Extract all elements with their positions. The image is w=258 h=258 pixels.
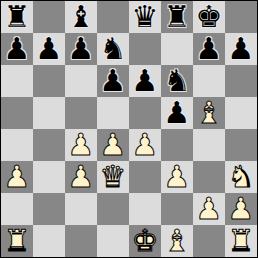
square-c8[interactable]: ♝ — [65, 1, 97, 33]
square-b5[interactable] — [33, 97, 65, 129]
square-b1[interactable] — [33, 225, 65, 257]
square-d2[interactable] — [97, 193, 129, 225]
square-c3[interactable]: ♟ — [65, 161, 97, 193]
square-b3[interactable] — [33, 161, 65, 193]
square-b6[interactable] — [33, 65, 65, 97]
square-e3[interactable] — [129, 161, 161, 193]
square-d4[interactable]: ♟ — [97, 129, 129, 161]
piece-black-pawn: ♟ — [196, 33, 223, 65]
square-g3[interactable] — [193, 161, 225, 193]
piece-white-pawn: ♟ — [68, 129, 95, 161]
piece-black-bishop: ♝ — [68, 1, 95, 33]
square-h4[interactable] — [225, 129, 257, 161]
square-h8[interactable] — [225, 1, 257, 33]
piece-black-knight: ♞ — [100, 33, 127, 65]
square-f4[interactable] — [161, 129, 193, 161]
square-a6[interactable] — [1, 65, 33, 97]
square-g1[interactable] — [193, 225, 225, 257]
square-h1[interactable]: ♜ — [225, 225, 257, 257]
square-a7[interactable]: ♟ — [1, 33, 33, 65]
square-g4[interactable] — [193, 129, 225, 161]
piece-white-pawn: ♟ — [68, 161, 95, 193]
piece-black-king: ♚ — [196, 1, 223, 33]
square-e2[interactable] — [129, 193, 161, 225]
piece-white-pawn: ♟ — [100, 129, 127, 161]
piece-white-rook: ♜ — [4, 225, 31, 257]
square-e4[interactable]: ♟ — [129, 129, 161, 161]
square-e7[interactable] — [129, 33, 161, 65]
square-g7[interactable]: ♟ — [193, 33, 225, 65]
square-a2[interactable] — [1, 193, 33, 225]
piece-white-knight: ♞ — [228, 161, 255, 193]
square-d5[interactable] — [97, 97, 129, 129]
piece-black-pawn: ♟ — [164, 97, 191, 129]
piece-black-pawn: ♟ — [36, 33, 63, 65]
square-e5[interactable] — [129, 97, 161, 129]
piece-black-pawn: ♟ — [4, 33, 31, 65]
piece-white-pawn: ♟ — [132, 129, 159, 161]
square-d1[interactable] — [97, 225, 129, 257]
square-g5[interactable]: ♝ — [193, 97, 225, 129]
piece-black-rook: ♜ — [4, 1, 31, 33]
square-f1[interactable]: ♝ — [161, 225, 193, 257]
piece-white-rook: ♜ — [228, 225, 255, 257]
square-f2[interactable] — [161, 193, 193, 225]
chess-board: ♜♝♛♜♚♟♟♟♞♟♟♟♟♞♟♝♟♟♟♟♟♛♟♞♟♟♜♚♝♜ — [1, 1, 257, 257]
square-a5[interactable] — [1, 97, 33, 129]
square-c7[interactable]: ♟ — [65, 33, 97, 65]
piece-white-pawn: ♟ — [196, 193, 223, 225]
square-f6[interactable]: ♞ — [161, 65, 193, 97]
piece-white-pawn: ♟ — [164, 161, 191, 193]
piece-black-knight: ♞ — [164, 65, 191, 97]
square-c5[interactable] — [65, 97, 97, 129]
square-f3[interactable]: ♟ — [161, 161, 193, 193]
square-f5[interactable]: ♟ — [161, 97, 193, 129]
square-d8[interactable] — [97, 1, 129, 33]
square-e1[interactable]: ♚ — [129, 225, 161, 257]
piece-black-pawn: ♟ — [68, 33, 95, 65]
square-a4[interactable] — [1, 129, 33, 161]
square-d7[interactable]: ♞ — [97, 33, 129, 65]
square-g2[interactable]: ♟ — [193, 193, 225, 225]
square-a3[interactable]: ♟ — [1, 161, 33, 193]
piece-white-bishop: ♝ — [196, 97, 223, 129]
square-d6[interactable]: ♟ — [97, 65, 129, 97]
square-a1[interactable]: ♜ — [1, 225, 33, 257]
square-f8[interactable]: ♜ — [161, 1, 193, 33]
piece-black-queen: ♛ — [132, 1, 159, 33]
piece-black-pawn: ♟ — [100, 65, 127, 97]
square-h2[interactable]: ♟ — [225, 193, 257, 225]
square-b8[interactable] — [33, 1, 65, 33]
piece-black-pawn: ♟ — [132, 65, 159, 97]
piece-black-rook: ♜ — [164, 1, 191, 33]
piece-white-king: ♚ — [132, 225, 159, 257]
square-a8[interactable]: ♜ — [1, 1, 33, 33]
square-c2[interactable] — [65, 193, 97, 225]
piece-white-queen: ♛ — [100, 161, 127, 193]
piece-white-pawn: ♟ — [228, 193, 255, 225]
square-b2[interactable] — [33, 193, 65, 225]
square-g6[interactable] — [193, 65, 225, 97]
square-e8[interactable]: ♛ — [129, 1, 161, 33]
square-h6[interactable] — [225, 65, 257, 97]
piece-black-pawn: ♟ — [228, 33, 255, 65]
piece-white-bishop: ♝ — [164, 225, 191, 257]
square-h7[interactable]: ♟ — [225, 33, 257, 65]
square-c1[interactable] — [65, 225, 97, 257]
square-h5[interactable] — [225, 97, 257, 129]
square-g8[interactable]: ♚ — [193, 1, 225, 33]
square-e6[interactable]: ♟ — [129, 65, 161, 97]
piece-white-pawn: ♟ — [4, 161, 31, 193]
square-b7[interactable]: ♟ — [33, 33, 65, 65]
chess-board-frame: ♜♝♛♜♚♟♟♟♞♟♟♟♟♞♟♝♟♟♟♟♟♛♟♞♟♟♜♚♝♜ — [0, 0, 258, 258]
square-d3[interactable]: ♛ — [97, 161, 129, 193]
square-b4[interactable] — [33, 129, 65, 161]
square-c6[interactable] — [65, 65, 97, 97]
square-h3[interactable]: ♞ — [225, 161, 257, 193]
square-f7[interactable] — [161, 33, 193, 65]
square-c4[interactable]: ♟ — [65, 129, 97, 161]
